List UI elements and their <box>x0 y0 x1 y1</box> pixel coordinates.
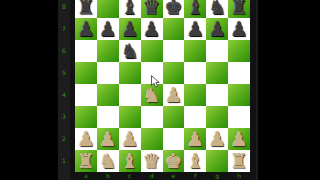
file-label-c: c <box>119 171 141 180</box>
square-c6[interactable]: ♞ <box>119 40 141 62</box>
square-f5[interactable] <box>184 62 206 84</box>
square-g7[interactable]: ♟ <box>206 18 228 40</box>
piece-wP-a2: ♟ <box>75 128 97 150</box>
square-f7[interactable]: ♟ <box>184 18 206 40</box>
square-h7[interactable]: ♟ <box>228 18 250 40</box>
piece-bN-g8: ♞ <box>206 0 228 18</box>
mouse-cursor-icon <box>151 75 160 88</box>
square-c2[interactable]: ♟ <box>119 128 141 150</box>
piece-bP-g7: ♟ <box>206 18 228 40</box>
square-b6[interactable] <box>97 40 119 62</box>
square-b3[interactable] <box>97 106 119 128</box>
square-h5[interactable] <box>228 62 250 84</box>
square-a1[interactable]: ♜ <box>75 150 97 172</box>
rank-label-7: 7 <box>58 18 70 40</box>
piece-wK-e1: ♚ <box>163 150 185 172</box>
square-h8[interactable]: ♜ <box>228 0 250 18</box>
square-e2[interactable] <box>163 128 185 150</box>
square-d7[interactable]: ♟ <box>141 18 163 40</box>
square-d2[interactable] <box>141 128 163 150</box>
file-label-a: a <box>75 171 97 180</box>
square-f2[interactable]: ♟ <box>184 128 206 150</box>
rank-label-8: 8 <box>58 0 70 18</box>
square-b2[interactable]: ♟ <box>97 128 119 150</box>
piece-bN-c6: ♞ <box>119 40 141 62</box>
piece-bR-h8: ♜ <box>228 0 250 18</box>
file-label-b: b <box>97 171 119 180</box>
square-a3[interactable] <box>75 106 97 128</box>
rank-label-3: 3 <box>58 106 70 128</box>
square-h2[interactable]: ♟ <box>228 128 250 150</box>
piece-bB-f8: ♝ <box>184 0 206 18</box>
square-g8[interactable]: ♞ <box>206 0 228 18</box>
file-labels: abcdefgh <box>75 171 250 180</box>
piece-bK-e8: ♚ <box>163 0 185 18</box>
file-label-f: f <box>184 171 206 180</box>
piece-wB-f1: ♝ <box>184 150 206 172</box>
square-d1[interactable]: ♛ <box>141 150 163 172</box>
file-label-h: h <box>228 171 250 180</box>
piece-bP-h7: ♟ <box>228 18 250 40</box>
square-b7[interactable]: ♟ <box>97 18 119 40</box>
square-h4[interactable] <box>228 84 250 106</box>
piece-bR-a8: ♜ <box>75 0 97 18</box>
file-label-g: g <box>206 171 228 180</box>
square-h6[interactable] <box>228 40 250 62</box>
piece-wR-a1: ♜ <box>75 150 97 172</box>
piece-wP-g2: ♟ <box>206 128 228 150</box>
piece-wB-c1: ♝ <box>119 150 141 172</box>
square-e4[interactable]: ♟ <box>163 84 185 106</box>
square-c1[interactable]: ♝ <box>119 150 141 172</box>
square-a7[interactable]: ♟ <box>75 18 97 40</box>
square-a8[interactable]: ♜ <box>75 0 97 18</box>
piece-wP-f2: ♟ <box>184 128 206 150</box>
square-f3[interactable] <box>184 106 206 128</box>
square-c3[interactable] <box>119 106 141 128</box>
piece-bB-c8: ♝ <box>119 0 141 18</box>
piece-wQ-d1: ♛ <box>141 150 163 172</box>
square-a6[interactable] <box>75 40 97 62</box>
piece-bP-d7: ♟ <box>141 18 163 40</box>
square-c5[interactable] <box>119 62 141 84</box>
square-h3[interactable] <box>228 106 250 128</box>
square-d6[interactable] <box>141 40 163 62</box>
screenshot-root: { "game": "chess", "position": { "fen": … <box>0 0 320 180</box>
square-g3[interactable] <box>206 106 228 128</box>
square-e8[interactable]: ♚ <box>163 0 185 18</box>
square-e7[interactable] <box>163 18 185 40</box>
rank-label-4: 4 <box>58 84 70 106</box>
chess-board[interactable]: ♜♝♛♚♝♞♜♟♟♟♟♟♟♟♞♞♟♟♟♟♟♟♟♜♞♝♛♚♝♜ <box>75 0 250 172</box>
square-f4[interactable] <box>184 84 206 106</box>
square-c7[interactable]: ♟ <box>119 18 141 40</box>
piece-bP-c7: ♟ <box>119 18 141 40</box>
square-f6[interactable] <box>184 40 206 62</box>
square-c8[interactable]: ♝ <box>119 0 141 18</box>
square-c4[interactable] <box>119 84 141 106</box>
square-a4[interactable] <box>75 84 97 106</box>
square-g2[interactable]: ♟ <box>206 128 228 150</box>
file-label-d: d <box>141 171 163 180</box>
rank-label-2: 2 <box>58 128 70 150</box>
square-g4[interactable] <box>206 84 228 106</box>
square-g5[interactable] <box>206 62 228 84</box>
piece-wP-h2: ♟ <box>228 128 250 150</box>
square-f1[interactable]: ♝ <box>184 150 206 172</box>
square-h1[interactable]: ♜ <box>228 150 250 172</box>
piece-bP-f7: ♟ <box>184 18 206 40</box>
square-a5[interactable] <box>75 62 97 84</box>
piece-bQ-d8: ♛ <box>141 0 163 18</box>
piece-wP-c2: ♟ <box>119 128 141 150</box>
rank-labels: 87654321 <box>58 0 70 172</box>
file-label-e: e <box>163 171 185 180</box>
rank-label-1: 1 <box>58 150 70 172</box>
piece-wR-h1: ♜ <box>228 150 250 172</box>
square-a2[interactable]: ♟ <box>75 128 97 150</box>
square-g6[interactable] <box>206 40 228 62</box>
square-b8[interactable] <box>97 0 119 18</box>
piece-wP-b2: ♟ <box>97 128 119 150</box>
square-e1[interactable]: ♚ <box>163 150 185 172</box>
piece-wP-e4: ♟ <box>163 84 185 106</box>
square-d3[interactable] <box>141 106 163 128</box>
square-e3[interactable] <box>163 106 185 128</box>
square-e5[interactable] <box>163 62 185 84</box>
square-f8[interactable]: ♝ <box>184 0 206 18</box>
rank-label-6: 6 <box>58 40 70 62</box>
square-g1[interactable] <box>206 150 228 172</box>
rank-label-5: 5 <box>58 62 70 84</box>
square-b4[interactable] <box>97 84 119 106</box>
piece-wN-b1: ♞ <box>97 150 119 172</box>
piece-bP-a7: ♟ <box>75 18 97 40</box>
piece-bP-b7: ♟ <box>97 18 119 40</box>
square-b1[interactable]: ♞ <box>97 150 119 172</box>
square-d8[interactable]: ♛ <box>141 0 163 18</box>
square-e6[interactable] <box>163 40 185 62</box>
square-b5[interactable] <box>97 62 119 84</box>
